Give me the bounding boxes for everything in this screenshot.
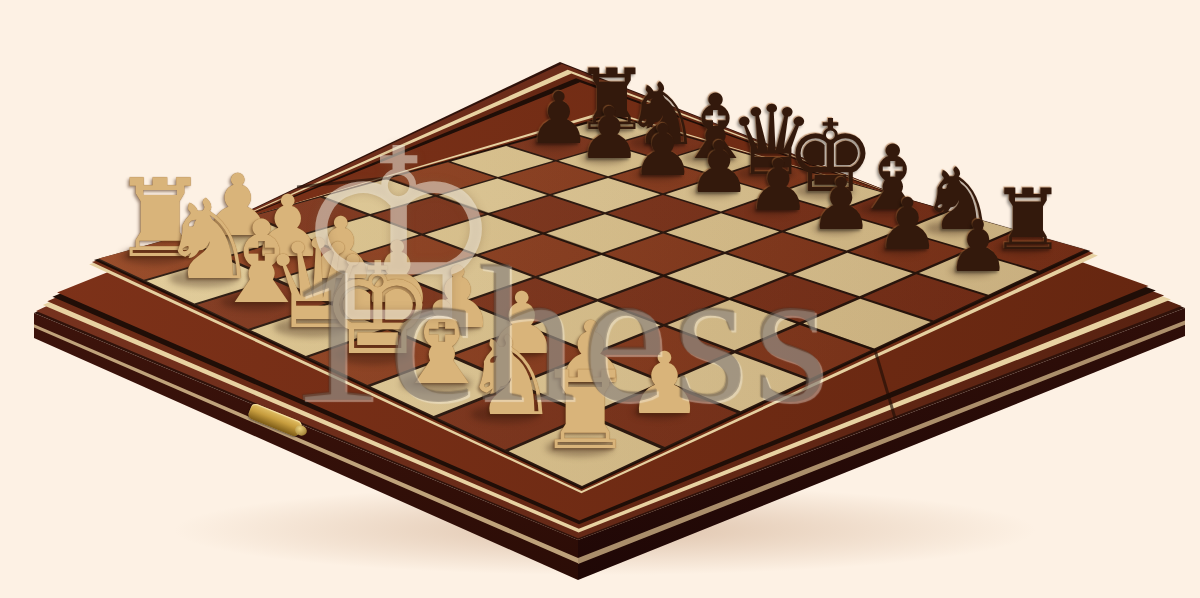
watermark: ♔ 1chess	[0, 0, 1200, 598]
watermark-text: 1chess	[286, 238, 833, 432]
photo-stage: ♜♞♟♝♟♛♟♚♟♝♟♞♟♟♜♟♟♜♟♟♞♟♝♟♛♟♚♟♝♟♞♜ ♔ 1ches…	[0, 0, 1200, 598]
